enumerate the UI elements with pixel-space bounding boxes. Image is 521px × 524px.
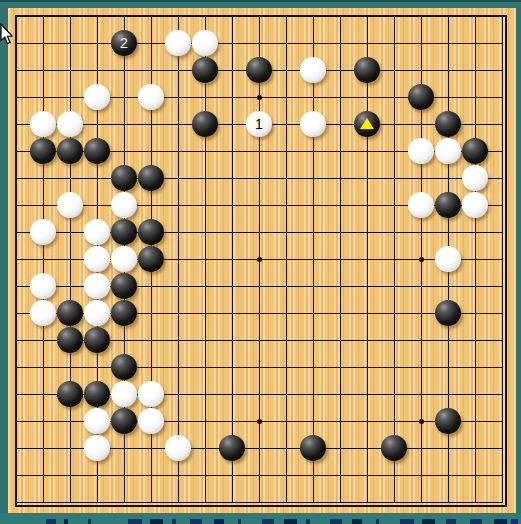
stone-black-c3r13 [57,327,83,353]
clipped-glyph-fragment [284,519,297,524]
clipped-glyph-fragment [494,519,507,524]
stone-white-c6r4 [138,84,164,110]
clipped-glyph-fragment [376,519,379,524]
stone-white-c4r9 [84,219,110,245]
star-point [257,257,262,262]
stone-black-c8r3 [192,57,218,83]
stone-white-c12r3 [300,57,326,83]
star-point [257,95,262,100]
stone-white-c16r8 [408,192,434,218]
stone-black-c5r16 [111,408,137,434]
stone-black-c6r9 [138,219,164,245]
stone-white-c2r5 [30,111,56,137]
go-app-window: 21 [0,0,521,524]
stone-white-c12r5 [300,111,326,137]
stone-white-c5r8 [111,192,137,218]
stone-white-c8r2 [192,30,218,56]
stone-white-c4r10 [84,246,110,272]
clipped-glyph-fragment [470,519,482,524]
move-number-label: 2 [120,30,128,56]
stone-white-c5r15 [111,381,137,407]
stone-white-c18r8 [462,192,488,218]
clipped-glyph-fragment [128,519,142,524]
stone-black-c5r9 [111,219,137,245]
stone-black-c17r8 [435,192,461,218]
stone-white-c18r7 [462,165,488,191]
stone-white-c4r17 [84,435,110,461]
stone-white-c10r5: 1 [246,111,272,137]
stone-white-c5r10 [111,246,137,272]
stone-white-c4r16 [84,408,110,434]
clipped-glyph-fragment [511,519,518,524]
stone-white-c2r12 [30,300,56,326]
clipped-glyph-fragment [172,519,176,524]
star-point [419,257,424,262]
clipped-glyph-fragment [446,519,456,524]
stone-white-c6r16 [138,408,164,434]
clipped-glyph-fragment [190,519,202,524]
stone-white-c4r12 [84,300,110,326]
go-board[interactable]: 21 [8,8,516,513]
clipped-glyph-fragment [400,519,414,524]
mouse-cursor-icon [0,23,14,45]
stone-black-c17r12 [435,300,461,326]
stone-white-c7r17 [165,435,191,461]
clipped-glyph-fragment [46,519,56,524]
stone-black-c5r7 [111,165,137,191]
stone-black-c5r2: 2 [111,30,137,56]
clipped-glyph-fragment [88,519,91,524]
stone-black-c16r4 [408,84,434,110]
stone-black-c3r15 [57,381,83,407]
clipped-glyph-fragment [64,519,68,524]
clipped-glyph-fragment [238,519,241,524]
stone-white-c2r11 [30,273,56,299]
stone-white-c3r8 [57,192,83,218]
stone-black-c8r5 [192,111,218,137]
stone-white-c3r5 [57,111,83,137]
stone-white-c4r11 [84,273,110,299]
star-point [257,419,262,424]
stone-black-c9r17 [219,435,245,461]
star-point [419,419,424,424]
clipped-glyph-fragment [214,519,224,524]
stone-black-c6r10 [138,246,164,272]
stone-white-c17r10 [435,246,461,272]
stone-white-c4r4 [84,84,110,110]
stone-black-c4r15 [84,381,110,407]
stone-black-c14r5 [354,111,380,137]
stone-black-c14r3 [354,57,380,83]
stone-black-c6r7 [138,165,164,191]
stone-white-c2r9 [30,219,56,245]
stone-black-c10r3 [246,57,272,83]
move-number-label: 1 [255,111,263,137]
stone-black-c4r13 [84,327,110,353]
bottom-clipped-toolbar [0,513,521,524]
clipped-glyph-fragment [150,519,163,524]
stone-black-c5r12 [111,300,137,326]
stone-black-c17r16 [435,408,461,434]
stone-white-c6r15 [138,381,164,407]
clipped-glyph-fragment [262,519,274,524]
stone-black-c12r17 [300,435,326,461]
stone-black-c18r6 [462,138,488,164]
stone-black-c4r6 [84,138,110,164]
stone-black-c15r17 [381,435,407,461]
stone-white-c7r2 [165,30,191,56]
triangle-marker-icon [360,118,374,129]
stone-black-c3r6 [57,138,83,164]
clipped-glyph-fragment [352,519,362,524]
stone-black-c5r11 [111,273,137,299]
clipped-glyph-fragment [306,519,310,524]
clipped-glyph-fragment [422,519,435,524]
stone-white-c16r6 [408,138,434,164]
stone-black-c5r14 [111,354,137,380]
clipped-glyph-fragment [330,519,342,524]
stone-black-c17r5 [435,111,461,137]
stone-black-c2r6 [30,138,56,164]
stone-black-c3r12 [57,300,83,326]
stone-white-c17r6 [435,138,461,164]
